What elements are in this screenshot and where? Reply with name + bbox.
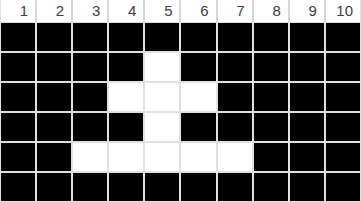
grid-cell[interactable]: [218, 113, 252, 141]
grid-cell[interactable]: [145, 143, 179, 171]
grid-cell[interactable]: [1, 23, 35, 51]
spreadsheet-grid: 12345678910: [0, 0, 361, 202]
grid-cell[interactable]: [326, 83, 360, 111]
column-header-row: 12345678910: [1, 0, 360, 22]
grid-cell[interactable]: [145, 173, 179, 201]
grid-cell[interactable]: [254, 143, 288, 171]
grid-cell[interactable]: [181, 83, 215, 111]
grid-cell[interactable]: [73, 173, 107, 201]
grid-cell[interactable]: [109, 113, 143, 141]
grid-cell[interactable]: [254, 23, 288, 51]
grid-cell[interactable]: [218, 23, 252, 51]
grid-cell[interactable]: [254, 173, 288, 201]
grid-cell[interactable]: [218, 53, 252, 81]
column-header[interactable]: 2: [37, 0, 71, 22]
column-header[interactable]: 7: [218, 0, 252, 22]
grid-cell[interactable]: [37, 83, 71, 111]
grid-cell[interactable]: [1, 143, 35, 171]
grid-cell[interactable]: [109, 143, 143, 171]
grid-cell[interactable]: [254, 113, 288, 141]
grid-cell[interactable]: [326, 173, 360, 201]
column-header[interactable]: 5: [145, 0, 179, 22]
grid-cell[interactable]: [109, 173, 143, 201]
column-header[interactable]: 4: [109, 0, 143, 22]
grid-cell[interactable]: [37, 113, 71, 141]
grid-cell[interactable]: [109, 23, 143, 51]
grid-cell[interactable]: [218, 173, 252, 201]
grid-cell[interactable]: [1, 53, 35, 81]
grid-cell[interactable]: [37, 143, 71, 171]
grid-cell[interactable]: [181, 173, 215, 201]
grid-cell[interactable]: [326, 23, 360, 51]
grid-cell[interactable]: [37, 23, 71, 51]
grid-cell[interactable]: [73, 53, 107, 81]
grid-cell[interactable]: [254, 53, 288, 81]
grid-cell[interactable]: [109, 53, 143, 81]
grid-cell[interactable]: [254, 83, 288, 111]
grid-cell[interactable]: [1, 113, 35, 141]
column-header[interactable]: 1: [1, 0, 35, 22]
column-header[interactable]: 9: [290, 0, 324, 22]
column-header[interactable]: 10: [326, 0, 360, 22]
grid-cell[interactable]: [290, 173, 324, 201]
grid-cell[interactable]: [326, 143, 360, 171]
grid-cell[interactable]: [326, 113, 360, 141]
grid-cell[interactable]: [145, 83, 179, 111]
grid-cell[interactable]: [73, 83, 107, 111]
grid-cell[interactable]: [290, 143, 324, 171]
grid-cell[interactable]: [1, 83, 35, 111]
grid-cell[interactable]: [109, 83, 143, 111]
grid-cell[interactable]: [290, 83, 324, 111]
grid-cell[interactable]: [181, 23, 215, 51]
grid-cell[interactable]: [290, 23, 324, 51]
grid-cell[interactable]: [1, 173, 35, 201]
grid-cell[interactable]: [37, 53, 71, 81]
grid-cell[interactable]: [326, 53, 360, 81]
grid-cell[interactable]: [145, 53, 179, 81]
grid-cell[interactable]: [73, 143, 107, 171]
grid-cell[interactable]: [181, 113, 215, 141]
grid-cell[interactable]: [73, 23, 107, 51]
grid-cell[interactable]: [181, 143, 215, 171]
puzzle-board: [1, 22, 360, 201]
column-header[interactable]: 3: [73, 0, 107, 22]
grid-cell[interactable]: [290, 113, 324, 141]
grid-cell[interactable]: [73, 113, 107, 141]
grid-cell[interactable]: [145, 23, 179, 51]
grid-cell[interactable]: [290, 53, 324, 81]
grid-cell[interactable]: [37, 173, 71, 201]
grid-cell[interactable]: [145, 113, 179, 141]
column-header[interactable]: 6: [181, 0, 215, 22]
grid-cell[interactable]: [218, 83, 252, 111]
grid-cell[interactable]: [181, 53, 215, 81]
column-header[interactable]: 8: [254, 0, 288, 22]
grid-cell[interactable]: [218, 143, 252, 171]
